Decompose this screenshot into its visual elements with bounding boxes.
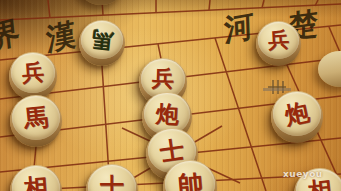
piece-face: 馬 [12,96,60,140]
xiangqi-board-photo[interactable]: 界漢河楚 馬兵兵兵炮炮馬士帥士相相 xueyou [0,0,341,191]
piece-character: 帥 [176,166,204,191]
piece-face: 帥 [165,161,215,191]
piece-face: 馬 [81,21,123,59]
piece-red-soldier-left[interactable]: 兵 [9,52,57,100]
piece-character: 兵 [267,25,289,54]
piece-character: 士 [100,171,124,191]
piece-character: 炮 [282,96,312,132]
watermark-text: xueyou [283,169,323,179]
piece-black-horse[interactable]: 馬 [79,20,125,66]
piece-character: 相 [23,171,49,191]
river-label-漢: 漢 [45,19,76,55]
piece-red-cannon-right[interactable]: 炮 [271,91,323,143]
river-label-河: 河 [224,10,255,45]
board-seam [263,88,291,91]
piece-character: 馬 [22,101,49,135]
piece-character: 兵 [21,57,45,88]
river-label-界: 界 [0,16,21,53]
piece-face: 炮 [273,92,321,136]
piece-face: 兵 [11,53,55,93]
piece-red-horse[interactable]: 馬 [10,95,62,147]
piece-character: 馬 [90,25,114,55]
piece-face: 兵 [258,22,299,59]
piece-red-soldier-right[interactable]: 兵 [256,21,301,66]
piece-character: 兵 [151,64,174,95]
position-marker [268,80,286,94]
piece-character: 炮 [155,98,180,130]
